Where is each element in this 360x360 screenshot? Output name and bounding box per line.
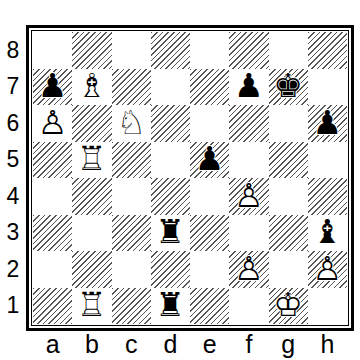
file-labels: abcdefgh [33,330,347,358]
square-d4[interactable] [151,178,190,215]
square-d5[interactable] [151,142,190,179]
piece-glyph: ♟ [33,69,72,106]
square-h7[interactable] [308,69,347,106]
square-a5[interactable] [33,142,72,179]
rank-label-7: 7 [0,69,26,106]
square-e4[interactable] [190,178,229,215]
square-f8[interactable] [229,32,268,69]
square-e6[interactable] [190,105,229,142]
chess-diagram: 87654321 ♟♝♗♟♚♟♙♞♘♟♜♖♟♟♙♜♝♟♙♟♙♜♖♜♚♔ abcd… [0,0,360,360]
piece-glyph: ♚ [269,69,308,106]
rank-label-5: 5 [0,142,26,179]
square-f4[interactable]: ♟♙ [229,178,268,215]
piece-outline-layer: ♔ [269,288,308,325]
square-g2[interactable] [269,251,308,288]
square-d6[interactable] [151,105,190,142]
square-a7[interactable]: ♟ [33,69,72,106]
file-label-a: a [33,330,72,358]
square-f1[interactable] [229,288,268,325]
file-label-d: d [151,330,190,358]
square-h5[interactable] [308,142,347,179]
white-rook-b1[interactable]: ♜♖ [72,288,111,325]
square-a6[interactable]: ♟♙ [33,105,72,142]
piece-outline-layer: ♙ [308,251,347,288]
black-bishop-h3[interactable]: ♝ [308,215,347,252]
piece-glyph: ♜ [151,215,190,252]
square-d7[interactable] [151,69,190,106]
file-label-f: f [229,330,268,358]
piece-outline-layer: ♙ [33,105,72,142]
square-h4[interactable] [308,178,347,215]
piece-outline-layer: ♙ [229,178,268,215]
square-f3[interactable] [229,215,268,252]
piece-glyph: ♟ [190,142,229,179]
black-rook-d1[interactable]: ♜ [151,288,190,325]
square-c6[interactable]: ♞♘ [112,105,151,142]
white-rook-b5[interactable]: ♜♖ [72,142,111,179]
square-c8[interactable] [112,32,151,69]
square-b8[interactable] [72,32,111,69]
square-a2[interactable] [33,251,72,288]
piece-outline-layer: ♗ [72,69,111,106]
black-rook-d3[interactable]: ♜ [151,215,190,252]
black-pawn-h6[interactable]: ♟ [308,105,347,142]
rank-label-4: 4 [0,178,26,215]
piece-outline-layer: ♘ [112,105,151,142]
square-e2[interactable] [190,251,229,288]
white-king-g1[interactable]: ♚♔ [269,288,308,325]
rank-label-6: 6 [0,105,26,142]
square-b4[interactable] [72,178,111,215]
piece-glyph: ♟ [229,69,268,106]
square-b6[interactable] [72,105,111,142]
white-pawn-f2[interactable]: ♟♙ [229,251,268,288]
square-f5[interactable] [229,142,268,179]
piece-glyph: ♝ [308,215,347,252]
square-h8[interactable] [308,32,347,69]
white-pawn-f4[interactable]: ♟♙ [229,178,268,215]
square-a1[interactable] [33,288,72,325]
file-label-e: e [190,330,229,358]
white-bishop-b7[interactable]: ♝♗ [72,69,111,106]
piece-outline-layer: ♖ [72,142,111,179]
square-b2[interactable] [72,251,111,288]
square-h1[interactable] [308,288,347,325]
white-pawn-h2[interactable]: ♟♙ [308,251,347,288]
square-c5[interactable] [112,142,151,179]
rank-label-1: 1 [0,288,26,325]
square-g4[interactable] [269,178,308,215]
file-label-c: c [112,330,151,358]
square-b1[interactable]: ♜♖ [72,288,111,325]
file-label-g: g [269,330,308,358]
rank-label-2: 2 [0,251,26,288]
square-d8[interactable] [151,32,190,69]
square-a3[interactable] [33,215,72,252]
square-g1[interactable]: ♚♔ [269,288,308,325]
white-pawn-a6[interactable]: ♟♙ [33,105,72,142]
square-f2[interactable]: ♟♙ [229,251,268,288]
square-a4[interactable] [33,178,72,215]
rank-label-8: 8 [0,32,26,69]
piece-outline-layer: ♖ [72,288,111,325]
square-g5[interactable] [269,142,308,179]
square-e7[interactable] [190,69,229,106]
square-c1[interactable] [112,288,151,325]
black-pawn-a7[interactable]: ♟ [33,69,72,106]
square-e8[interactable] [190,32,229,69]
square-c3[interactable] [112,215,151,252]
square-c4[interactable] [112,178,151,215]
piece-outline-layer: ♙ [229,251,268,288]
file-label-b: b [72,330,111,358]
square-h6[interactable]: ♟ [308,105,347,142]
square-b3[interactable] [72,215,111,252]
square-g6[interactable] [269,105,308,142]
square-d3[interactable]: ♜ [151,215,190,252]
square-h3[interactable]: ♝ [308,215,347,252]
piece-glyph: ♟ [308,105,347,142]
square-e5[interactable]: ♟ [190,142,229,179]
square-b5[interactable]: ♜♖ [72,142,111,179]
square-c7[interactable] [112,69,151,106]
square-b7[interactable]: ♝♗ [72,69,111,106]
square-g8[interactable] [269,32,308,69]
square-d1[interactable]: ♜ [151,288,190,325]
square-a8[interactable] [33,32,72,69]
square-d2[interactable] [151,251,190,288]
black-king-g7[interactable]: ♚ [269,69,308,106]
file-label-h: h [308,330,347,358]
board-frame: ♟♝♗♟♚♟♙♞♘♟♜♖♟♟♙♜♝♟♙♟♙♜♖♜♚♔ [26,25,354,331]
square-g7[interactable]: ♚ [269,69,308,106]
square-h2[interactable]: ♟♙ [308,251,347,288]
board-inner-frame: ♟♝♗♟♚♟♙♞♘♟♜♖♟♟♙♜♝♟♙♟♙♜♖♜♚♔ [31,30,349,326]
square-f6[interactable] [229,105,268,142]
square-e1[interactable] [190,288,229,325]
rank-label-3: 3 [0,215,26,252]
chess-board: ♟♝♗♟♚♟♙♞♘♟♜♖♟♟♙♜♝♟♙♟♙♜♖♜♚♔ [33,32,347,324]
square-g3[interactable] [269,215,308,252]
piece-glyph: ♜ [151,288,190,325]
black-pawn-e5[interactable]: ♟ [190,142,229,179]
rank-labels: 87654321 [0,32,26,324]
square-e3[interactable] [190,215,229,252]
square-f7[interactable]: ♟ [229,69,268,106]
square-c2[interactable] [112,251,151,288]
white-knight-c6[interactable]: ♞♘ [112,105,151,142]
black-pawn-f7[interactable]: ♟ [229,69,268,106]
